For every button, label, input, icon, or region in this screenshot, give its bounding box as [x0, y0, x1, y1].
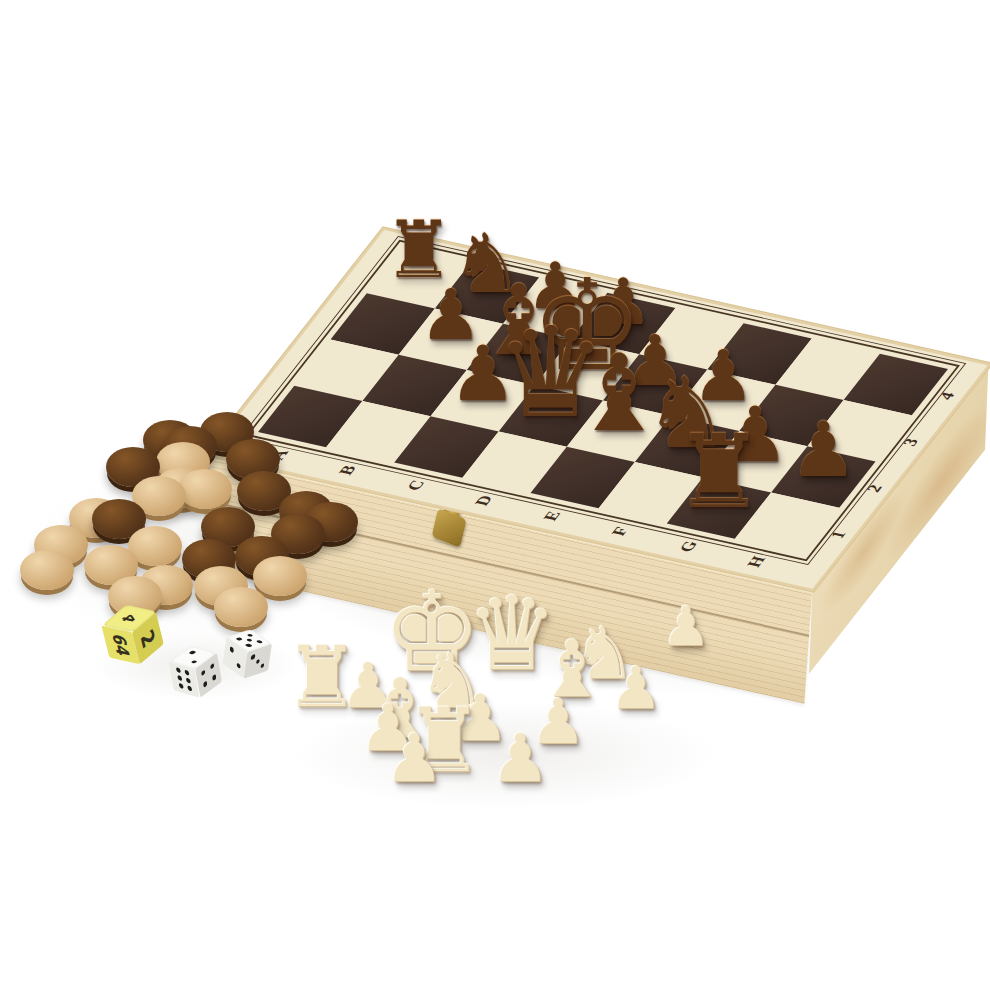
file-label-d: D: [471, 494, 498, 508]
file-label-e: E: [539, 509, 565, 522]
rank-label-1: 1: [826, 529, 851, 540]
doubling-cube[interactable]: 6424: [93, 597, 174, 676]
file-label-g: G: [675, 539, 702, 554]
checker-light-14[interactable]: [178, 469, 232, 509]
file-label-h: H: [743, 555, 770, 570]
latch-plate: [432, 508, 467, 548]
dark-piece-R-g1[interactable]: ♜: [673, 421, 764, 523]
rank-label-2: 2: [863, 483, 888, 494]
file-label-f: F: [608, 525, 634, 537]
rank-label-4: 4: [935, 391, 960, 402]
scene: ABCDEFGH 1234 ♜♞♟♟♟♝♚♟♟♟♛♝♞♟♟♜♜♝♚♞♜♛♟♟♟♟…: [0, 0, 990, 990]
checker-light-23[interactable]: [214, 587, 268, 627]
white-die-2[interactable]: [216, 626, 277, 686]
file-label-c: C: [403, 479, 430, 493]
light-piece-P-15[interactable]: ♟: [662, 600, 710, 654]
light-piece-P-8[interactable]: ♟: [384, 726, 443, 792]
dark-piece-P-h2[interactable]: ♟: [789, 412, 857, 488]
file-label-b: B: [335, 464, 361, 477]
white-die-1[interactable]: [163, 641, 229, 705]
rank-label-3: 3: [899, 437, 924, 448]
checker-light-18[interactable]: [20, 550, 74, 590]
light-piece-P-10[interactable]: ♟: [490, 726, 549, 792]
checker-light-22[interactable]: [253, 556, 307, 596]
light-piece-P-14[interactable]: ♟: [610, 659, 662, 717]
